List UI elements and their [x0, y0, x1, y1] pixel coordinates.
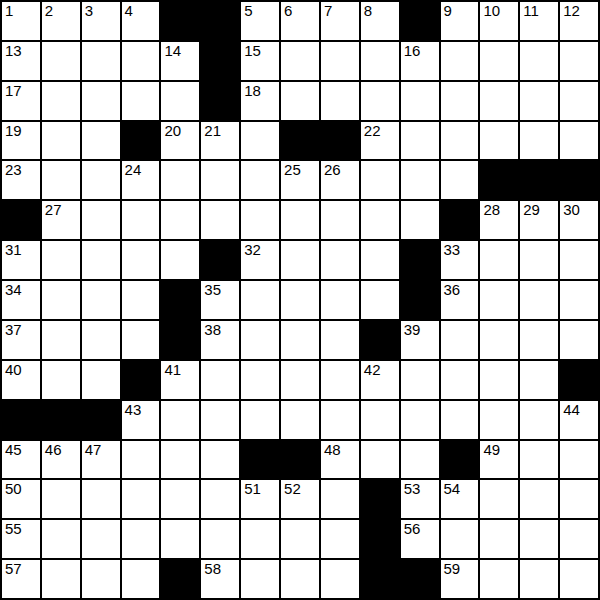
- clue-number-42: 42: [364, 362, 381, 377]
- cell-r13c4[interactable]: [161, 520, 199, 558]
- cell-r14c14[interactable]: [560, 560, 598, 598]
- cell-r5c9[interactable]: [361, 201, 399, 239]
- block-cell-r4c13: [520, 161, 558, 199]
- block-cell-r3c3: [122, 122, 160, 160]
- cell-r9c4[interactable]: 41: [161, 361, 199, 399]
- cell-r10c11[interactable]: [441, 401, 479, 439]
- block-cell-r6c10: [401, 241, 439, 279]
- cell-r9c8[interactable]: [321, 361, 359, 399]
- cell-r5c4[interactable]: [161, 201, 199, 239]
- clue-number-40: 40: [5, 362, 22, 377]
- cell-r3c0[interactable]: 19: [2, 122, 40, 160]
- clue-number-59: 59: [444, 561, 461, 576]
- cell-r4c10[interactable]: [401, 161, 439, 199]
- block-cell-r5c11: [441, 201, 479, 239]
- cell-r14c1[interactable]: [42, 560, 80, 598]
- cell-r7c9[interactable]: [361, 281, 399, 319]
- clue-number-32: 32: [244, 242, 261, 257]
- clue-number-6: 6: [284, 3, 292, 18]
- clue-number-53: 53: [404, 481, 421, 496]
- cell-r5c1[interactable]: 27: [42, 201, 80, 239]
- cell-r5c12[interactable]: 28: [480, 201, 518, 239]
- cell-r8c5[interactable]: 38: [201, 321, 239, 359]
- cell-r4c5[interactable]: [201, 161, 239, 199]
- cell-r9c9[interactable]: 42: [361, 361, 399, 399]
- cell-r13c8[interactable]: [321, 520, 359, 558]
- cell-r2c10[interactable]: [401, 82, 439, 120]
- cell-r13c7[interactable]: [281, 520, 319, 558]
- crossword-grid: 1234567891011121314151617181920212223242…: [0, 0, 600, 600]
- block-cell-r11c11: [441, 441, 479, 479]
- cell-r1c11[interactable]: [441, 42, 479, 80]
- cell-r2c4[interactable]: [161, 82, 199, 120]
- cell-r0c8[interactable]: 7: [321, 2, 359, 40]
- cell-r2c8[interactable]: [321, 82, 359, 120]
- clue-number-57: 57: [5, 561, 22, 576]
- cell-r14c12[interactable]: [480, 560, 518, 598]
- cell-r12c6[interactable]: 51: [241, 480, 279, 518]
- cell-r13c13[interactable]: [520, 520, 558, 558]
- cell-r9c1[interactable]: [42, 361, 80, 399]
- cell-r12c0[interactable]: 50: [2, 480, 40, 518]
- clue-number-12: 12: [563, 3, 580, 18]
- clue-number-24: 24: [125, 162, 142, 177]
- cell-r9c2[interactable]: [82, 361, 120, 399]
- cell-r0c7[interactable]: 6: [281, 2, 319, 40]
- cell-r11c10[interactable]: [401, 441, 439, 479]
- block-cell-r6c5: [201, 241, 239, 279]
- block-cell-r5c0: [2, 201, 40, 239]
- cell-r10c14[interactable]: 44: [560, 401, 598, 439]
- clue-number-33: 33: [444, 242, 461, 257]
- clue-number-56: 56: [404, 521, 421, 536]
- cell-r1c2[interactable]: [82, 42, 120, 80]
- cell-r8c0[interactable]: 37: [2, 321, 40, 359]
- clue-number-11: 11: [523, 3, 539, 18]
- clue-number-41: 41: [164, 362, 181, 377]
- cell-r3c12[interactable]: [480, 122, 518, 160]
- block-cell-r10c0: [2, 401, 40, 439]
- cell-r6c2[interactable]: [82, 241, 120, 279]
- clue-number-27: 27: [45, 202, 62, 217]
- cell-r1c10[interactable]: 16: [401, 42, 439, 80]
- cell-r0c0[interactable]: 1: [2, 2, 40, 40]
- block-cell-r13c9: [361, 520, 399, 558]
- cell-r7c11[interactable]: 36: [441, 281, 479, 319]
- cell-r7c0[interactable]: 34: [2, 281, 40, 319]
- cell-r3c11[interactable]: [441, 122, 479, 160]
- cell-r10c6[interactable]: [241, 401, 279, 439]
- cell-r11c4[interactable]: [161, 441, 199, 479]
- cell-r8c3[interactable]: [122, 321, 160, 359]
- cell-r8c10[interactable]: 39: [401, 321, 439, 359]
- cell-r5c10[interactable]: [401, 201, 439, 239]
- clue-number-47: 47: [85, 442, 102, 457]
- cell-r1c1[interactable]: [42, 42, 80, 80]
- cell-r13c2[interactable]: [82, 520, 120, 558]
- cell-r8c13[interactable]: [520, 321, 558, 359]
- cell-r12c7[interactable]: 52: [281, 480, 319, 518]
- cell-r3c9[interactable]: 22: [361, 122, 399, 160]
- cell-r2c2[interactable]: [82, 82, 120, 120]
- cell-r2c11[interactable]: [441, 82, 479, 120]
- clue-number-1: 1: [5, 3, 13, 18]
- cell-r11c14[interactable]: [560, 441, 598, 479]
- clue-number-54: 54: [444, 481, 461, 496]
- cell-r8c14[interactable]: [560, 321, 598, 359]
- cell-r12c3[interactable]: [122, 480, 160, 518]
- cell-r1c7[interactable]: [281, 42, 319, 80]
- cell-r5c6[interactable]: [241, 201, 279, 239]
- cell-r5c7[interactable]: [281, 201, 319, 239]
- cell-r8c7[interactable]: [281, 321, 319, 359]
- cell-r4c4[interactable]: [161, 161, 199, 199]
- cell-r7c8[interactable]: [321, 281, 359, 319]
- clue-number-20: 20: [164, 123, 181, 138]
- clue-number-21: 21: [204, 123, 221, 138]
- cell-r1c0[interactable]: 13: [2, 42, 40, 80]
- clue-number-48: 48: [324, 442, 341, 457]
- cell-r13c5[interactable]: [201, 520, 239, 558]
- cell-r4c9[interactable]: [361, 161, 399, 199]
- cell-r4c8[interactable]: 26: [321, 161, 359, 199]
- cell-r8c8[interactable]: [321, 321, 359, 359]
- cell-r6c13[interactable]: [520, 241, 558, 279]
- cell-r9c7[interactable]: [281, 361, 319, 399]
- cell-r14c5[interactable]: 58: [201, 560, 239, 598]
- cell-r6c14[interactable]: [560, 241, 598, 279]
- cell-r5c14[interactable]: 30: [560, 201, 598, 239]
- block-cell-r14c9: [361, 560, 399, 598]
- cell-r9c5[interactable]: [201, 361, 239, 399]
- cell-r13c11[interactable]: [441, 520, 479, 558]
- cell-r6c9[interactable]: [361, 241, 399, 279]
- cell-r12c11[interactable]: 54: [441, 480, 479, 518]
- clue-number-52: 52: [284, 481, 301, 496]
- cell-r1c8[interactable]: [321, 42, 359, 80]
- clue-number-3: 3: [85, 3, 93, 18]
- cell-r12c5[interactable]: [201, 480, 239, 518]
- cell-r7c12[interactable]: [480, 281, 518, 319]
- cell-r3c13[interactable]: [520, 122, 558, 160]
- cell-r11c5[interactable]: [201, 441, 239, 479]
- cell-r14c2[interactable]: [82, 560, 120, 598]
- cell-r4c7[interactable]: 25: [281, 161, 319, 199]
- cell-r1c14[interactable]: [560, 42, 598, 80]
- block-cell-r1c5: [201, 42, 239, 80]
- cell-r8c1[interactable]: [42, 321, 80, 359]
- cell-r10c10[interactable]: [401, 401, 439, 439]
- cell-r12c14[interactable]: [560, 480, 598, 518]
- cell-r14c11[interactable]: 59: [441, 560, 479, 598]
- clue-number-43: 43: [125, 402, 142, 417]
- cell-r5c3[interactable]: [122, 201, 160, 239]
- clue-number-30: 30: [563, 202, 580, 217]
- cell-r8c11[interactable]: [441, 321, 479, 359]
- cell-r4c0[interactable]: 23: [2, 161, 40, 199]
- clue-number-28: 28: [483, 202, 500, 217]
- cell-r3c5[interactable]: 21: [201, 122, 239, 160]
- cell-r3c6[interactable]: [241, 122, 279, 160]
- cell-r0c1[interactable]: 2: [42, 2, 80, 40]
- cell-r5c5[interactable]: [201, 201, 239, 239]
- cell-r2c3[interactable]: [122, 82, 160, 120]
- cell-r7c5[interactable]: 35: [201, 281, 239, 319]
- cell-r11c0[interactable]: 45: [2, 441, 40, 479]
- block-cell-r3c7: [281, 122, 319, 160]
- clue-number-7: 7: [324, 3, 332, 18]
- clue-number-26: 26: [324, 162, 341, 177]
- cell-r13c14[interactable]: [560, 520, 598, 558]
- cell-r2c7[interactable]: [281, 82, 319, 120]
- cell-r13c0[interactable]: 55: [2, 520, 40, 558]
- cell-r6c1[interactable]: [42, 241, 80, 279]
- clue-number-50: 50: [5, 481, 22, 496]
- cell-r4c3[interactable]: 24: [122, 161, 160, 199]
- cell-r5c8[interactable]: [321, 201, 359, 239]
- cell-r11c8[interactable]: 48: [321, 441, 359, 479]
- cell-r5c13[interactable]: 29: [520, 201, 558, 239]
- cell-r3c14[interactable]: [560, 122, 598, 160]
- cell-r13c6[interactable]: [241, 520, 279, 558]
- cell-r1c9[interactable]: [361, 42, 399, 80]
- clue-number-25: 25: [284, 162, 301, 177]
- cell-r7c1[interactable]: [42, 281, 80, 319]
- clue-number-13: 13: [5, 43, 22, 58]
- cell-r6c12[interactable]: [480, 241, 518, 279]
- block-cell-r14c4: [161, 560, 199, 598]
- clue-number-39: 39: [404, 322, 421, 337]
- cell-r7c7[interactable]: [281, 281, 319, 319]
- cell-r13c10[interactable]: 56: [401, 520, 439, 558]
- cell-r0c6[interactable]: 5: [241, 2, 279, 40]
- cell-r9c6[interactable]: [241, 361, 279, 399]
- block-cell-r4c14: [560, 161, 598, 199]
- cell-r2c13[interactable]: [520, 82, 558, 120]
- cell-r0c2[interactable]: 3: [82, 2, 120, 40]
- cell-r13c3[interactable]: [122, 520, 160, 558]
- cell-r4c6[interactable]: [241, 161, 279, 199]
- cell-r11c2[interactable]: 47: [82, 441, 120, 479]
- cell-r10c4[interactable]: [161, 401, 199, 439]
- cell-r1c12[interactable]: [480, 42, 518, 80]
- clue-number-34: 34: [5, 282, 22, 297]
- cell-r3c1[interactable]: [42, 122, 80, 160]
- cell-r0c14[interactable]: 12: [560, 2, 598, 40]
- cell-r14c7[interactable]: [281, 560, 319, 598]
- cell-r10c8[interactable]: [321, 401, 359, 439]
- block-cell-r8c9: [361, 321, 399, 359]
- block-cell-r7c4: [161, 281, 199, 319]
- clue-number-23: 23: [5, 162, 22, 177]
- cell-r4c1[interactable]: [42, 161, 80, 199]
- clue-number-5: 5: [244, 3, 252, 18]
- clue-number-49: 49: [483, 442, 500, 457]
- cell-r7c6[interactable]: [241, 281, 279, 319]
- clue-number-15: 15: [244, 43, 261, 58]
- cell-r9c10[interactable]: [401, 361, 439, 399]
- cell-r12c1[interactable]: [42, 480, 80, 518]
- cell-r9c11[interactable]: [441, 361, 479, 399]
- cell-r2c0[interactable]: 17: [2, 82, 40, 120]
- cell-r9c0[interactable]: 40: [2, 361, 40, 399]
- clue-number-14: 14: [164, 43, 181, 58]
- clue-number-58: 58: [204, 561, 221, 576]
- cell-r0c13[interactable]: 11: [520, 2, 558, 40]
- block-cell-r7c10: [401, 281, 439, 319]
- cell-r4c2[interactable]: [82, 161, 120, 199]
- cell-r13c12[interactable]: [480, 520, 518, 558]
- cell-r1c4[interactable]: 14: [161, 42, 199, 80]
- cell-r6c3[interactable]: [122, 241, 160, 279]
- cell-r11c9[interactable]: [361, 441, 399, 479]
- cell-r2c1[interactable]: [42, 82, 80, 120]
- cell-r14c8[interactable]: [321, 560, 359, 598]
- cell-r8c2[interactable]: [82, 321, 120, 359]
- clue-number-44: 44: [563, 402, 580, 417]
- clue-number-18: 18: [244, 83, 261, 98]
- cell-r14c6[interactable]: [241, 560, 279, 598]
- block-cell-r3c8: [321, 122, 359, 160]
- block-cell-r8c4: [161, 321, 199, 359]
- clue-number-9: 9: [444, 3, 452, 18]
- cell-r7c14[interactable]: [560, 281, 598, 319]
- block-cell-r12c9: [361, 480, 399, 518]
- cell-r12c13[interactable]: [520, 480, 558, 518]
- block-cell-r10c1: [42, 401, 80, 439]
- cell-r11c1[interactable]: 46: [42, 441, 80, 479]
- cell-r11c3[interactable]: [122, 441, 160, 479]
- cell-r8c12[interactable]: [480, 321, 518, 359]
- block-cell-r11c6: [241, 441, 279, 479]
- clue-number-16: 16: [404, 43, 421, 58]
- block-cell-r14c10: [401, 560, 439, 598]
- cell-r3c10[interactable]: [401, 122, 439, 160]
- cell-r11c12[interactable]: 49: [480, 441, 518, 479]
- cell-r8c6[interactable]: [241, 321, 279, 359]
- clue-number-45: 45: [5, 442, 22, 457]
- cell-r12c4[interactable]: [161, 480, 199, 518]
- cell-r10c5[interactable]: [201, 401, 239, 439]
- cell-r2c12[interactable]: [480, 82, 518, 120]
- cell-r6c7[interactable]: [281, 241, 319, 279]
- cell-r10c9[interactable]: [361, 401, 399, 439]
- clue-number-17: 17: [5, 83, 22, 98]
- cell-r6c11[interactable]: 33: [441, 241, 479, 279]
- cell-r0c11[interactable]: 9: [441, 2, 479, 40]
- cell-r7c3[interactable]: [122, 281, 160, 319]
- cell-r7c2[interactable]: [82, 281, 120, 319]
- clue-number-35: 35: [204, 282, 221, 297]
- clue-number-8: 8: [364, 3, 372, 18]
- cell-r6c4[interactable]: [161, 241, 199, 279]
- block-cell-r9c14: [560, 361, 598, 399]
- clue-number-55: 55: [5, 521, 22, 536]
- cell-r5c2[interactable]: [82, 201, 120, 239]
- cell-r0c3[interactable]: 4: [122, 2, 160, 40]
- block-cell-r4c12: [480, 161, 518, 199]
- clue-number-37: 37: [5, 322, 22, 337]
- cell-r14c3[interactable]: [122, 560, 160, 598]
- cell-r1c13[interactable]: [520, 42, 558, 80]
- cell-r13c1[interactable]: [42, 520, 80, 558]
- cell-r0c12[interactable]: 10: [480, 2, 518, 40]
- cell-r6c8[interactable]: [321, 241, 359, 279]
- clue-number-2: 2: [45, 3, 53, 18]
- cell-r6c6[interactable]: 32: [241, 241, 279, 279]
- clue-number-46: 46: [45, 442, 62, 457]
- cell-r10c7[interactable]: [281, 401, 319, 439]
- cell-r14c0[interactable]: 57: [2, 560, 40, 598]
- cell-r2c9[interactable]: [361, 82, 399, 120]
- cell-r12c12[interactable]: [480, 480, 518, 518]
- clue-number-19: 19: [5, 123, 22, 138]
- cell-r2c6[interactable]: 18: [241, 82, 279, 120]
- block-cell-r11c7: [281, 441, 319, 479]
- cell-r10c3[interactable]: 43: [122, 401, 160, 439]
- block-cell-r0c5: [201, 2, 239, 40]
- cell-r14c13[interactable]: [520, 560, 558, 598]
- block-cell-r0c10: [401, 2, 439, 40]
- cell-r12c2[interactable]: [82, 480, 120, 518]
- cell-r1c3[interactable]: [122, 42, 160, 80]
- clue-number-29: 29: [523, 202, 540, 217]
- cell-r3c2[interactable]: [82, 122, 120, 160]
- block-cell-r0c4: [161, 2, 199, 40]
- clue-number-31: 31: [5, 242, 22, 257]
- cell-r7c13[interactable]: [520, 281, 558, 319]
- clue-number-10: 10: [483, 3, 500, 18]
- clue-number-22: 22: [364, 123, 381, 138]
- cell-r3c4[interactable]: 20: [161, 122, 199, 160]
- cell-r4c11[interactable]: [441, 161, 479, 199]
- cell-r9c13[interactable]: [520, 361, 558, 399]
- cell-r2c14[interactable]: [560, 82, 598, 120]
- clue-number-51: 51: [244, 481, 261, 496]
- clue-number-36: 36: [444, 282, 461, 297]
- cell-r12c10[interactable]: 53: [401, 480, 439, 518]
- cell-r12c8[interactable]: [321, 480, 359, 518]
- cell-r9c12[interactable]: [480, 361, 518, 399]
- block-cell-r2c5: [201, 82, 239, 120]
- block-cell-r10c2: [82, 401, 120, 439]
- clue-number-38: 38: [204, 322, 221, 337]
- cell-r6c0[interactable]: 31: [2, 241, 40, 279]
- cell-r10c13[interactable]: [520, 401, 558, 439]
- cell-r11c13[interactable]: [520, 441, 558, 479]
- clue-number-4: 4: [125, 3, 133, 18]
- block-cell-r9c3: [122, 361, 160, 399]
- cell-r1c6[interactable]: 15: [241, 42, 279, 80]
- cell-r10c12[interactable]: [480, 401, 518, 439]
- cell-r0c9[interactable]: 8: [361, 2, 399, 40]
